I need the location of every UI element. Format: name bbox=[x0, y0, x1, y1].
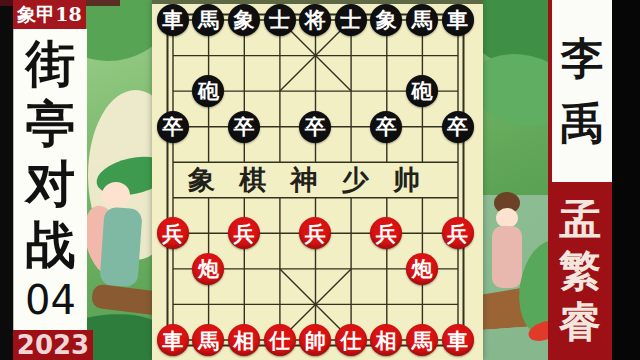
cell-e9[interactable] bbox=[297, 38, 333, 74]
cell-d6[interactable] bbox=[262, 144, 298, 180]
black-piece[interactable]: 卒 bbox=[157, 111, 189, 143]
cell-d7[interactable] bbox=[262, 109, 298, 145]
cell-f1[interactable]: 仕 bbox=[333, 322, 369, 358]
water-right bbox=[483, 195, 548, 360]
cell-e6[interactable] bbox=[297, 144, 333, 180]
board-grid: 車馬象士将士象馬車砲砲卒卒卒卒卒兵兵兵兵兵炮炮車馬相仕帥仕相馬車 bbox=[155, 2, 475, 358]
xiangqi-board: 象棋神少帅 車馬象士将士象馬車砲砲卒卒卒卒卒兵兵兵兵兵炮炮車馬相仕帥仕相馬車 bbox=[152, 0, 483, 360]
right-black-strip bbox=[612, 0, 640, 360]
cell-e7[interactable]: 卒 bbox=[297, 109, 333, 145]
cell-d4[interactable] bbox=[262, 216, 298, 252]
cell-h2[interactable] bbox=[404, 287, 440, 323]
top-player-char: 李 bbox=[561, 37, 604, 80]
bottom-player-name-box: 孟 繁 睿 bbox=[548, 182, 612, 360]
cell-d3[interactable] bbox=[262, 251, 298, 287]
red-piece[interactable]: 馬 bbox=[192, 324, 224, 356]
cell-d5[interactable] bbox=[262, 180, 298, 216]
cell-a10[interactable]: 車 bbox=[155, 2, 191, 38]
cell-f8[interactable] bbox=[333, 73, 369, 109]
cell-f9[interactable] bbox=[333, 38, 369, 74]
cell-f5[interactable] bbox=[333, 180, 369, 216]
girl-left-face bbox=[102, 182, 130, 208]
cell-e8[interactable] bbox=[297, 73, 333, 109]
cell-i2[interactable] bbox=[440, 287, 476, 323]
cell-g1[interactable]: 相 bbox=[369, 322, 405, 358]
cell-a6[interactable] bbox=[155, 144, 191, 180]
red-piece[interactable]: 兵 bbox=[157, 217, 189, 249]
cell-g7[interactable]: 卒 bbox=[369, 109, 405, 145]
cell-a5[interactable] bbox=[155, 180, 191, 216]
cell-a3[interactable] bbox=[155, 251, 191, 287]
bottom-player-char: 繁 bbox=[559, 250, 601, 292]
cell-c2[interactable] bbox=[226, 287, 262, 323]
cell-g3[interactable] bbox=[369, 251, 405, 287]
cell-g10[interactable]: 象 bbox=[369, 2, 405, 38]
black-piece[interactable]: 車 bbox=[157, 4, 189, 36]
cell-f6[interactable] bbox=[333, 144, 369, 180]
cell-g8[interactable] bbox=[369, 73, 405, 109]
cell-h9[interactable] bbox=[404, 38, 440, 74]
cell-a2[interactable] bbox=[155, 287, 191, 323]
cell-h4[interactable] bbox=[404, 216, 440, 252]
red-piece[interactable]: 仕 bbox=[264, 324, 296, 356]
cell-b1[interactable]: 馬 bbox=[191, 322, 227, 358]
cell-d10[interactable]: 士 bbox=[262, 2, 298, 38]
cell-c5[interactable] bbox=[226, 180, 262, 216]
league-badge: 象甲18 bbox=[13, 0, 86, 29]
cell-f4[interactable] bbox=[333, 216, 369, 252]
cell-i10[interactable]: 車 bbox=[440, 2, 476, 38]
red-piece[interactable]: 兵 bbox=[299, 217, 331, 249]
cell-c3[interactable] bbox=[226, 251, 262, 287]
event-title-char: 对 bbox=[26, 159, 76, 209]
black-piece[interactable]: 卒 bbox=[370, 111, 402, 143]
cell-c7[interactable]: 卒 bbox=[226, 109, 262, 145]
cell-c9[interactable] bbox=[226, 38, 262, 74]
black-piece[interactable]: 卒 bbox=[228, 111, 260, 143]
year-label: 2023 bbox=[17, 330, 89, 360]
cell-b2[interactable] bbox=[191, 287, 227, 323]
girl-right-face bbox=[496, 208, 518, 228]
thumbnail-screen: 象棋神少帅 車馬象士将士象馬車砲砲卒卒卒卒卒兵兵兵兵兵炮炮車馬相仕帥仕相馬車 象… bbox=[0, 0, 640, 360]
black-piece[interactable]: 砲 bbox=[192, 75, 224, 107]
red-piece[interactable]: 馬 bbox=[406, 324, 438, 356]
cell-b9[interactable] bbox=[191, 38, 227, 74]
top-player-char: 禹 bbox=[561, 102, 604, 145]
cell-d2[interactable] bbox=[262, 287, 298, 323]
black-piece[interactable]: 馬 bbox=[192, 4, 224, 36]
episode-number: 04 bbox=[25, 280, 76, 320]
cell-h10[interactable]: 馬 bbox=[404, 2, 440, 38]
red-piece[interactable]: 車 bbox=[442, 324, 474, 356]
cell-c10[interactable]: 象 bbox=[226, 2, 262, 38]
cell-i3[interactable] bbox=[440, 251, 476, 287]
black-piece[interactable]: 卒 bbox=[299, 111, 331, 143]
bottom-player-char: 孟 bbox=[559, 199, 601, 241]
black-piece[interactable]: 卒 bbox=[442, 111, 474, 143]
cell-d1[interactable]: 仕 bbox=[262, 322, 298, 358]
black-piece[interactable]: 象 bbox=[228, 4, 260, 36]
cell-g9[interactable] bbox=[369, 38, 405, 74]
cell-e5[interactable] bbox=[297, 180, 333, 216]
board-top-edge bbox=[152, 0, 483, 4]
year-badge: 2023 bbox=[13, 330, 93, 360]
cell-g6[interactable] bbox=[369, 144, 405, 180]
cell-b5[interactable] bbox=[191, 180, 227, 216]
black-piece[interactable]: 砲 bbox=[406, 75, 438, 107]
cell-i8[interactable] bbox=[440, 73, 476, 109]
cell-c6[interactable] bbox=[226, 144, 262, 180]
cell-d9[interactable] bbox=[262, 38, 298, 74]
cell-h7[interactable] bbox=[404, 109, 440, 145]
cell-g4[interactable]: 兵 bbox=[369, 216, 405, 252]
cell-h1[interactable]: 馬 bbox=[404, 322, 440, 358]
red-piece[interactable]: 仕 bbox=[335, 324, 367, 356]
cell-e3[interactable] bbox=[297, 251, 333, 287]
cell-f3[interactable] bbox=[333, 251, 369, 287]
red-piece[interactable]: 相 bbox=[228, 324, 260, 356]
event-title-char: 亭 bbox=[26, 99, 76, 149]
cell-i5[interactable] bbox=[440, 180, 476, 216]
league-badge-label: 象甲18 bbox=[17, 2, 81, 28]
cell-c4[interactable]: 兵 bbox=[226, 216, 262, 252]
cell-h8[interactable]: 砲 bbox=[404, 73, 440, 109]
red-piece[interactable]: 兵 bbox=[228, 217, 260, 249]
cell-b3[interactable]: 炮 bbox=[191, 251, 227, 287]
red-piece[interactable]: 兵 bbox=[370, 217, 402, 249]
black-piece[interactable]: 馬 bbox=[406, 4, 438, 36]
cell-a4[interactable]: 兵 bbox=[155, 216, 191, 252]
cell-a1[interactable]: 車 bbox=[155, 322, 191, 358]
cell-e2[interactable] bbox=[297, 287, 333, 323]
red-piece[interactable]: 帥 bbox=[299, 324, 331, 356]
bottom-player-char: 睿 bbox=[559, 301, 601, 343]
cell-i6[interactable] bbox=[440, 144, 476, 180]
red-piece[interactable]: 炮 bbox=[192, 253, 224, 285]
cell-c8[interactable] bbox=[226, 73, 262, 109]
cell-h3[interactable]: 炮 bbox=[404, 251, 440, 287]
top-player-name-box: 李 禹 bbox=[552, 0, 612, 182]
red-piece[interactable]: 兵 bbox=[442, 217, 474, 249]
red-piece[interactable]: 炮 bbox=[406, 253, 438, 285]
black-piece[interactable]: 士 bbox=[264, 4, 296, 36]
black-piece[interactable]: 士 bbox=[335, 4, 367, 36]
cell-i9[interactable] bbox=[440, 38, 476, 74]
cell-i1[interactable]: 車 bbox=[440, 322, 476, 358]
cell-g5[interactable] bbox=[369, 180, 405, 216]
red-piece[interactable]: 相 bbox=[370, 324, 402, 356]
cell-f7[interactable] bbox=[333, 109, 369, 145]
left-black-strip bbox=[0, 0, 13, 360]
black-piece[interactable]: 車 bbox=[442, 4, 474, 36]
cell-b8[interactable]: 砲 bbox=[191, 73, 227, 109]
cell-f10[interactable]: 士 bbox=[333, 2, 369, 38]
cell-b7[interactable] bbox=[191, 109, 227, 145]
cell-i7[interactable]: 卒 bbox=[440, 109, 476, 145]
event-title-char: 街 bbox=[26, 39, 76, 89]
cell-f2[interactable] bbox=[333, 287, 369, 323]
red-piece[interactable]: 車 bbox=[157, 324, 189, 356]
cell-e4[interactable]: 兵 bbox=[297, 216, 333, 252]
cell-h5[interactable] bbox=[404, 180, 440, 216]
cell-i4[interactable]: 兵 bbox=[440, 216, 476, 252]
cell-h6[interactable] bbox=[404, 144, 440, 180]
girl-left-robe bbox=[99, 207, 142, 287]
black-piece[interactable]: 将 bbox=[299, 4, 331, 36]
cell-e10[interactable]: 将 bbox=[297, 2, 333, 38]
cell-d8[interactable] bbox=[262, 73, 298, 109]
cell-a8[interactable] bbox=[155, 73, 191, 109]
black-piece[interactable]: 象 bbox=[370, 4, 402, 36]
cell-c1[interactable]: 相 bbox=[226, 322, 262, 358]
event-title-char: 战 bbox=[26, 220, 76, 270]
cell-b10[interactable]: 馬 bbox=[191, 2, 227, 38]
girl-right-robe bbox=[492, 226, 522, 288]
cell-a7[interactable]: 卒 bbox=[155, 109, 191, 145]
girl-right-hair bbox=[494, 192, 520, 214]
cell-e1[interactable]: 帥 bbox=[297, 322, 333, 358]
cell-g2[interactable] bbox=[369, 287, 405, 323]
cell-a9[interactable] bbox=[155, 38, 191, 74]
cell-b6[interactable] bbox=[191, 144, 227, 180]
event-title-box: 街 亭 对 战 04 bbox=[13, 29, 87, 330]
cell-b4[interactable] bbox=[191, 216, 227, 252]
